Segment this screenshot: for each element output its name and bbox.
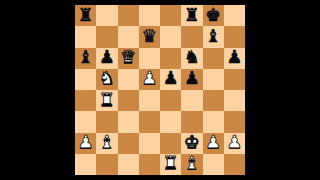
black-rook-a8[interactable]: ♜ xyxy=(78,6,94,24)
square-c8[interactable] xyxy=(118,5,139,26)
square-e1[interactable]: ♜ xyxy=(160,154,181,175)
white-pawn-a2[interactable]: ♟ xyxy=(78,133,94,151)
square-f3[interactable] xyxy=(181,111,202,132)
square-b6[interactable]: ♟ xyxy=(96,48,117,69)
square-b5[interactable]: ♞ xyxy=(96,69,117,90)
square-h3[interactable] xyxy=(224,111,245,132)
square-d3[interactable] xyxy=(139,111,160,132)
square-g5[interactable] xyxy=(203,69,224,90)
square-c5[interactable] xyxy=(118,69,139,90)
square-d6[interactable] xyxy=(139,48,160,69)
white-rook-b4[interactable]: ♜ xyxy=(99,91,115,109)
square-a6[interactable]: ♝ xyxy=(75,48,96,69)
square-e5[interactable]: ♟ xyxy=(160,69,181,90)
square-e8[interactable] xyxy=(160,5,181,26)
square-a3[interactable] xyxy=(75,111,96,132)
square-g2[interactable]: ♟ xyxy=(203,133,224,154)
white-queen-c6[interactable]: ♛ xyxy=(120,48,136,66)
square-f8[interactable]: ♜ xyxy=(181,5,202,26)
square-d4[interactable] xyxy=(139,90,160,111)
square-e3[interactable] xyxy=(160,111,181,132)
square-c1[interactable] xyxy=(118,154,139,175)
white-knight-b5[interactable]: ♞ xyxy=(99,69,115,87)
square-c7[interactable] xyxy=(118,26,139,47)
square-f5[interactable]: ♟ xyxy=(181,69,202,90)
square-d2[interactable] xyxy=(139,133,160,154)
square-b7[interactable] xyxy=(96,26,117,47)
white-pawn-h2[interactable]: ♟ xyxy=(226,133,242,151)
square-g1[interactable] xyxy=(203,154,224,175)
square-h7[interactable] xyxy=(224,26,245,47)
square-h8[interactable] xyxy=(224,5,245,26)
square-h6[interactable]: ♟ xyxy=(224,48,245,69)
square-h4[interactable] xyxy=(224,90,245,111)
black-bishop-g7[interactable]: ♝ xyxy=(205,27,221,45)
black-pawn-f5[interactable]: ♟ xyxy=(184,69,200,87)
square-a4[interactable] xyxy=(75,90,96,111)
white-bishop-f1[interactable]: ♝ xyxy=(184,154,200,172)
square-h1[interactable] xyxy=(224,154,245,175)
square-g7[interactable]: ♝ xyxy=(203,26,224,47)
square-c3[interactable] xyxy=(118,111,139,132)
square-e7[interactable] xyxy=(160,26,181,47)
square-a1[interactable] xyxy=(75,154,96,175)
black-bishop-a6[interactable]: ♝ xyxy=(78,48,94,66)
square-b8[interactable] xyxy=(96,5,117,26)
square-b4[interactable]: ♜ xyxy=(96,90,117,111)
square-d8[interactable] xyxy=(139,5,160,26)
white-rook-e1[interactable]: ♜ xyxy=(163,154,179,172)
black-knight-f6[interactable]: ♞ xyxy=(184,48,200,66)
square-d7[interactable]: ♛ xyxy=(139,26,160,47)
square-b2[interactable]: ♝ xyxy=(96,133,117,154)
square-a7[interactable] xyxy=(75,26,96,47)
square-f1[interactable]: ♝ xyxy=(181,154,202,175)
white-king-f2[interactable]: ♚ xyxy=(184,133,200,151)
square-d1[interactable] xyxy=(139,154,160,175)
square-g8[interactable]: ♚ xyxy=(203,5,224,26)
square-c4[interactable] xyxy=(118,90,139,111)
square-g4[interactable] xyxy=(203,90,224,111)
white-bishop-b2[interactable]: ♝ xyxy=(99,133,115,151)
square-b3[interactable] xyxy=(96,111,117,132)
square-d5[interactable]: ♟ xyxy=(139,69,160,90)
square-e6[interactable] xyxy=(160,48,181,69)
white-pawn-g2[interactable]: ♟ xyxy=(205,133,221,151)
square-a5[interactable] xyxy=(75,69,96,90)
white-pawn-d5[interactable]: ♟ xyxy=(141,69,157,87)
square-h5[interactable] xyxy=(224,69,245,90)
black-rook-f8[interactable]: ♜ xyxy=(184,6,200,24)
square-f4[interactable] xyxy=(181,90,202,111)
black-queen-d7[interactable]: ♛ xyxy=(141,27,157,45)
square-h2[interactable]: ♟ xyxy=(224,133,245,154)
letterbox-left xyxy=(0,0,75,180)
square-g3[interactable] xyxy=(203,111,224,132)
square-a8[interactable]: ♜ xyxy=(75,5,96,26)
black-pawn-b6[interactable]: ♟ xyxy=(99,48,115,66)
black-pawn-e5[interactable]: ♟ xyxy=(163,69,179,87)
square-e2[interactable] xyxy=(160,133,181,154)
square-f6[interactable]: ♞ xyxy=(181,48,202,69)
square-a2[interactable]: ♟ xyxy=(75,133,96,154)
square-b1[interactable] xyxy=(96,154,117,175)
black-king-g8[interactable]: ♚ xyxy=(205,6,221,24)
chess-board: ♜♜♚♛♝♝♟♛♞♟♞♟♟♟♜♟♝♚♟♟♜♝ xyxy=(75,5,245,175)
black-pawn-h6[interactable]: ♟ xyxy=(226,48,242,66)
square-f7[interactable] xyxy=(181,26,202,47)
square-c6[interactable]: ♛ xyxy=(118,48,139,69)
square-c2[interactable] xyxy=(118,133,139,154)
square-e4[interactable] xyxy=(160,90,181,111)
square-g6[interactable] xyxy=(203,48,224,69)
square-f2[interactable]: ♚ xyxy=(181,133,202,154)
chess-app-frame: ♜♜♚♛♝♝♟♛♞♟♞♟♟♟♜♟♝♚♟♟♜♝ xyxy=(0,0,320,180)
letterbox-right xyxy=(245,0,320,180)
